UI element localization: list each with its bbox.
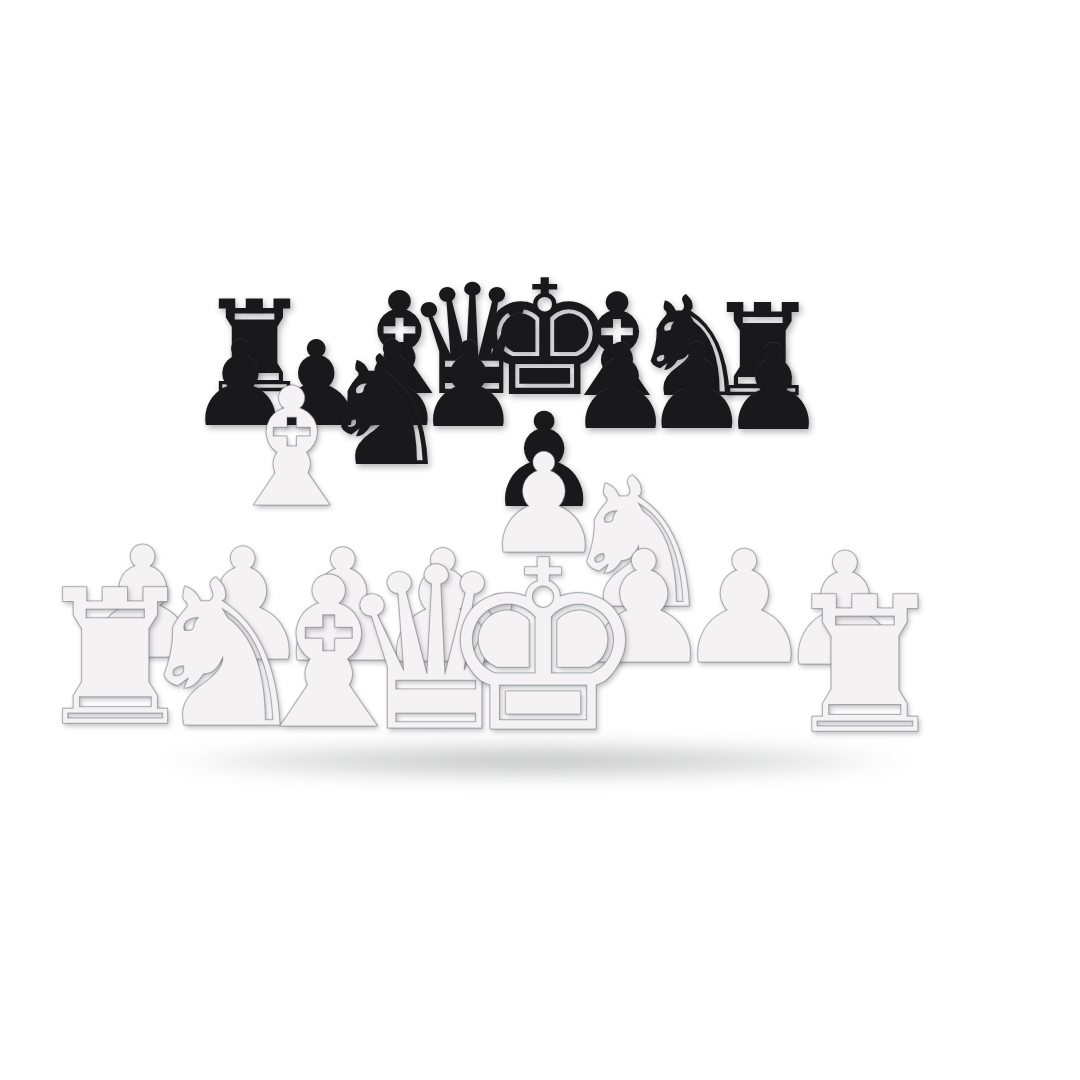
square-g2 — [688, 620, 800, 681]
display-piece: ♟ — [914, 553, 927, 559]
square-c8 — [360, 369, 439, 401]
white-pawn-f2: ♟ — [574, 531, 714, 687]
display-square-d8: ♛ — [912, 547, 925, 553]
epaper-display-frame: ♜♝♛♚♝♞♜♟♟♟♟♟♟♟♞♝♟♟♞♟♟♟♟♟♟♟♜♞♝♛♚♜ 1. e4e5… — [863, 540, 1050, 693]
confirm-button[interactable]: ✓ — [996, 707, 1041, 725]
white-pawn-c2: ♟ — [273, 529, 412, 684]
epaper-display: ♜♝♛♚♝♞♜♟♟♟♟♟♟♟♞♝♟♟♞♟♟♟♟♟♟♟♜♞♝♛♚♜ 1. e4e5… — [868, 542, 1045, 690]
white-move: 3. ♗b5 — [904, 613, 959, 621]
display-square-c7: ♟ — [904, 552, 917, 558]
display-piece: ♟ — [947, 582, 960, 588]
white-pawn-b2: ♟ — [173, 528, 312, 683]
square-d8 — [434, 369, 510, 401]
white-move: 1. e4 — [899, 599, 953, 606]
display-piece: ♜ — [971, 588, 985, 594]
display-piece: ♜ — [881, 547, 893, 553]
square-d3 — [399, 565, 498, 619]
square-c7 — [351, 401, 434, 436]
display-square-d2: ♟ — [926, 581, 939, 587]
square-f7 — [582, 402, 661, 438]
square-f6 — [583, 437, 666, 476]
display-square-g3 — [955, 576, 968, 582]
square-e8 — [508, 370, 582, 402]
display-square-d6 — [916, 558, 929, 564]
square-e2 — [492, 619, 595, 680]
square-b2 — [185, 616, 303, 677]
display-square-e2 — [937, 581, 950, 587]
display-square-b4 — [900, 569, 913, 575]
move-row-3: 3. ♗b5 — [904, 613, 1003, 621]
square-f5 — [585, 476, 673, 519]
black-queen-d8: ♛ — [404, 265, 541, 417]
display-square-d1: ♛ — [929, 587, 942, 593]
display-square-f5 — [939, 564, 952, 570]
display-square-g7: ♟ — [945, 553, 958, 559]
display-square-f2: ♟ — [947, 582, 960, 588]
black-pawn-c7: ♟ — [340, 327, 446, 445]
square-h4 — [759, 520, 862, 569]
white-pawn-d2: ♟ — [373, 529, 512, 684]
display-square-d3 — [924, 575, 937, 581]
square-h6 — [738, 438, 829, 477]
display-square-a2: ♟ — [894, 581, 907, 587]
white-knight-b1: ♞ — [131, 554, 313, 757]
black-knight-c6: ♞ — [316, 336, 452, 488]
black-move: ♞c6 — [953, 606, 997, 613]
display-square-g1 — [961, 588, 975, 594]
display-square-e3 — [934, 576, 947, 582]
display-piece: ♟ — [894, 552, 907, 558]
square-e4 — [498, 518, 589, 566]
display-piece: ♟ — [932, 570, 945, 576]
display-piece: ♟ — [905, 581, 918, 587]
square-a8 — [213, 368, 298, 400]
square-e5 — [501, 475, 587, 518]
square-g3 — [680, 567, 785, 621]
up-button[interactable]: ▲ — [949, 688, 992, 705]
square-h3 — [771, 568, 881, 622]
black-move: e5 — [950, 599, 994, 606]
product-photo-stage: DGT CENTAUR ♜♝♛♚♝♞♜♟♟♟♟♟♟♟♞♝♟♟♞♟♟♟♟♟♟♟♜♞… — [0, 0, 1080, 1080]
square-b3 — [207, 563, 317, 617]
display-square-f8: ♝ — [932, 547, 945, 553]
display-square-a3 — [892, 575, 905, 581]
square-a5 — [158, 473, 259, 516]
display-piece: ♝ — [932, 547, 945, 553]
display-piece: ♟ — [934, 553, 947, 559]
display-square-h7: ♟ — [955, 553, 968, 559]
display-square-f6 — [937, 558, 950, 564]
white-bishop-c1: ♝ — [235, 550, 422, 759]
display-piece: ♟ — [945, 553, 958, 559]
display-square-d5 — [919, 564, 932, 570]
square-f4 — [587, 519, 680, 567]
square-a6 — [178, 434, 273, 473]
square-c6 — [341, 436, 429, 475]
display-piece: ♝ — [898, 564, 911, 570]
square-d2 — [389, 618, 495, 679]
display-square-b8 — [891, 547, 903, 553]
display-square-f4 — [942, 570, 955, 576]
black-knight-g8: ♞ — [628, 278, 752, 416]
display-square-e4: ♟ — [932, 570, 945, 576]
display-square-e6 — [927, 558, 940, 564]
display-square-g5 — [950, 564, 963, 570]
white-pawn-e4: ♟ — [482, 435, 606, 573]
display-square-h1: ♜ — [971, 588, 985, 594]
white-pawn-g2: ♟ — [674, 532, 814, 688]
black-pawn-b7: ♟ — [264, 326, 370, 444]
display-square-a6 — [885, 558, 898, 564]
display-piece: ♞ — [942, 547, 955, 553]
black-bishop-f8: ♝ — [554, 275, 681, 417]
display-square-h5 — [960, 564, 973, 570]
display-square-g4 — [953, 570, 966, 576]
display-square-c8: ♝ — [901, 547, 914, 553]
display-piece: ♟ — [958, 582, 971, 588]
display-piece: ♜ — [952, 547, 965, 553]
square-d4 — [408, 517, 501, 565]
display-piece: ♞ — [945, 576, 958, 582]
square-e6 — [504, 437, 585, 476]
board-squares-grid — [50, 368, 928, 752]
display-square-c2: ♟ — [916, 581, 929, 587]
board-bezel — [1, 360, 1080, 781]
square-b5 — [244, 473, 341, 516]
white-rook-h1: ♜ — [781, 572, 950, 760]
black-move — [956, 613, 1001, 621]
square-a3 — [111, 562, 227, 616]
black-bishop-c8: ♝ — [336, 274, 463, 415]
display-piece: ♛ — [929, 587, 942, 593]
display-square-h6 — [958, 558, 971, 564]
square-h5 — [748, 477, 845, 521]
black-pawn-e5: ♟ — [486, 396, 603, 527]
display-piece: ♟ — [904, 552, 917, 558]
square-e7 — [506, 402, 583, 437]
display-square-e1: ♚ — [939, 587, 952, 593]
dgt-logo-text: DGT — [799, 372, 899, 380]
black-king-e8: ♚ — [473, 260, 616, 420]
display-square-e7 — [924, 553, 937, 559]
black-rook-h8: ♜ — [706, 288, 820, 415]
square-b6 — [260, 435, 351, 474]
display-move-list: 1. e4e52. ♘f3♞c63. ♗b5 — [899, 599, 1004, 621]
white-queen-d1: ♛ — [335, 538, 537, 763]
square-c2 — [287, 617, 399, 678]
square-c5 — [330, 474, 423, 517]
display-piece: ♟ — [916, 581, 929, 587]
display-square-h3 — [966, 576, 979, 582]
playing-area-frame — [50, 368, 928, 752]
black-pawn-d7: ♟ — [416, 327, 522, 445]
square-a4 — [136, 515, 244, 563]
display-piece: ♝ — [918, 587, 931, 593]
square-b8 — [287, 368, 369, 400]
square-g5 — [667, 476, 759, 519]
display-square-c6: ♞ — [906, 558, 919, 564]
display-square-c3 — [913, 575, 926, 581]
display-square-f7: ♟ — [934, 553, 947, 559]
chess-board: DGT CENTAUR ♜♝♛♚♝♞♜♟♟♟♟♟♟♟♞♝♟♟♞♟♟♟♟♟♟♟♜♞… — [1, 360, 1080, 781]
move-row-2: 2. ♘f3♞c6 — [901, 606, 1000, 614]
display-square-a1: ♜ — [897, 587, 910, 593]
display-square-b1: ♞ — [907, 587, 920, 593]
display-square-f3: ♞ — [945, 576, 958, 582]
square-f3 — [589, 566, 688, 620]
white-pawn-h2: ♟ — [775, 532, 915, 688]
square-b4 — [226, 516, 329, 564]
display-square-h8: ♜ — [952, 547, 965, 553]
display-piece: ♝ — [901, 547, 914, 553]
display-square-b7: ♟ — [894, 552, 907, 558]
display-piece: ♟ — [929, 564, 942, 570]
square-h7 — [729, 403, 816, 439]
led-ring-f7 — [588, 405, 654, 434]
display-square-a4 — [890, 569, 903, 575]
display-square-h2: ♟ — [968, 582, 981, 588]
square-e3 — [495, 565, 591, 619]
display-piece: ♜ — [897, 587, 910, 593]
square-b7 — [274, 400, 360, 435]
display-square-a5 — [888, 564, 901, 570]
white-pawn-a2: ♟ — [73, 527, 212, 682]
centaur-logo-text: CENTAUR — [828, 383, 878, 388]
button-cluster: ▲↩✓▼?▶‖ — [209, 360, 891, 365]
square-g8 — [651, 371, 730, 403]
white-rook-a1: ♜ — [31, 566, 198, 753]
display-piece: ♟ — [894, 581, 907, 587]
black-pawn-f7: ♟ — [568, 328, 674, 446]
display-square-c4 — [911, 570, 924, 576]
dgt-logo: DGT CENTAUR — [799, 372, 903, 389]
square-a2 — [82, 616, 206, 677]
display-square-b3 — [903, 575, 916, 581]
surface-sheen — [50, 368, 928, 752]
display-square-d7: ♟ — [914, 553, 927, 559]
display-square-h4 — [963, 570, 976, 576]
white-move: 2. ♘f3 — [901, 606, 956, 614]
display-piece: ♚ — [939, 587, 952, 593]
display-square-g6 — [947, 558, 960, 564]
display-square-e5: ♟ — [929, 564, 942, 570]
display-square-c1: ♝ — [918, 587, 931, 593]
black-pawn-g7: ♟ — [644, 329, 750, 447]
display-piece: ♟ — [883, 552, 895, 558]
display-square-b5: ♝ — [898, 564, 911, 570]
display-square-f1 — [950, 588, 963, 594]
display-square-e8: ♚ — [922, 547, 935, 553]
move-row-1: 1. e4e5 — [899, 599, 997, 607]
square-d7 — [428, 401, 507, 436]
display-mini-chessboard: ♜♝♛♚♝♞♜♟♟♟♟♟♟♟♞♝♟♟♞♟♟♟♟♟♟♟♜♞♝♛♚♜ — [881, 547, 985, 594]
square-f2 — [592, 620, 698, 681]
display-square-a8: ♜ — [881, 547, 893, 553]
square-g7 — [655, 403, 738, 439]
black-pawn-a7: ♟ — [188, 326, 293, 444]
display-square-a7: ♟ — [883, 552, 895, 558]
square-g4 — [673, 519, 771, 567]
display-square-b6 — [896, 558, 909, 564]
black-rook-a8: ♜ — [198, 285, 312, 412]
back-button[interactable]: ↩ — [924, 707, 967, 725]
display-piece: ♞ — [906, 558, 919, 564]
display-piece: ♚ — [922, 547, 935, 553]
display-piece: ♛ — [912, 547, 925, 553]
white-knight-f3: ♞ — [558, 453, 719, 633]
display-piece: ♟ — [955, 553, 968, 559]
white-bishop-b5: ♝ — [218, 366, 365, 530]
display-piece: ♟ — [968, 582, 981, 588]
square-c3 — [303, 564, 408, 618]
black-pawn-h7: ♟ — [720, 329, 826, 447]
white-king-e1: ♚ — [437, 530, 648, 766]
square-f8 — [580, 370, 655, 402]
display-square-d4 — [921, 570, 934, 576]
square-c4 — [317, 516, 415, 564]
board-drop-shadow — [30, 735, 1040, 787]
display-square-g2: ♟ — [958, 582, 971, 588]
led-ring-f5 — [592, 479, 665, 515]
square-h2 — [785, 621, 903, 683]
square-d5 — [415, 475, 503, 518]
square-g6 — [661, 438, 748, 477]
display-piece: ♟ — [926, 581, 939, 587]
pieces-layer: ♜♝♛♚♝♞♜♟♟♟♟♟♟♟♞♝♟♟♞♟♟♟♟♟♟♟♜♞♝♛♚♜ — [0, 0, 1080, 1080]
display-square-c5 — [908, 564, 921, 570]
square-a7 — [197, 400, 287, 435]
square-h8 — [721, 371, 803, 403]
square-d6 — [422, 436, 506, 475]
display-square-b2: ♟ — [905, 581, 918, 587]
display-square-g8: ♞ — [942, 547, 955, 553]
display-piece: ♞ — [907, 587, 920, 593]
